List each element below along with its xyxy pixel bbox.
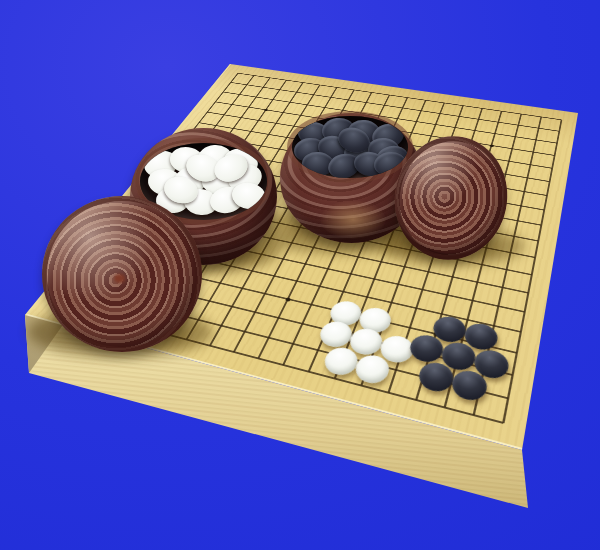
star-point (489, 144, 494, 147)
black-bowl-opening (292, 116, 408, 178)
lid-growth-ring-core (114, 274, 125, 283)
scene-background (0, 0, 600, 550)
star-point (263, 109, 268, 112)
star-point (285, 297, 291, 302)
white-bowl-lid[interactable] (42, 196, 202, 352)
